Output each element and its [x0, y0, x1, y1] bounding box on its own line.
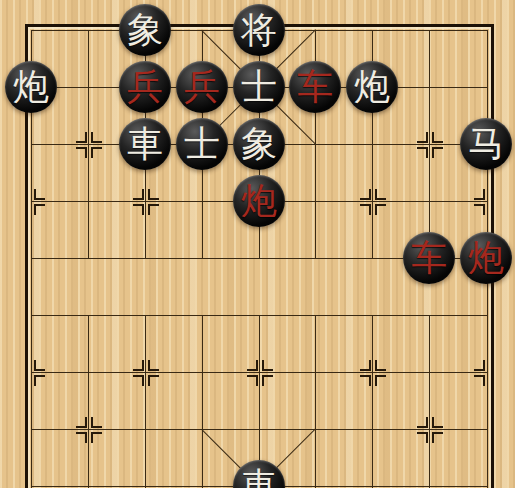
point-marker — [474, 360, 485, 371]
point-marker — [432, 432, 443, 443]
point-marker — [133, 189, 144, 200]
point-marker — [375, 189, 386, 200]
point-marker — [34, 375, 45, 386]
grid-file-line — [88, 30, 89, 258]
point-marker — [375, 360, 386, 371]
point-marker — [360, 204, 371, 215]
point-marker — [91, 432, 102, 443]
piece-red-cannon[interactable]: 炮 — [233, 175, 285, 227]
point-marker — [76, 432, 87, 443]
grid-file-line — [315, 315, 316, 488]
piece-red-cannon[interactable]: 炮 — [460, 232, 512, 284]
point-marker — [133, 375, 144, 386]
point-marker — [432, 132, 443, 143]
piece-red-chariot[interactable]: 车 — [289, 61, 341, 113]
piece-black-chariot[interactable]: 車 — [119, 118, 171, 170]
piece-black-advisor[interactable]: 士 — [233, 61, 285, 113]
point-marker — [360, 360, 371, 371]
point-marker — [262, 375, 273, 386]
point-marker — [133, 360, 144, 371]
xiangqi-board[interactable]: 象将炮兵兵士车炮車士象马炮车炮車 — [0, 0, 515, 488]
point-marker — [34, 360, 45, 371]
piece-black-advisor[interactable]: 士 — [176, 118, 228, 170]
point-marker — [34, 204, 45, 215]
grid-file-line — [88, 315, 89, 488]
piece-red-soldier[interactable]: 兵 — [176, 61, 228, 113]
point-marker — [76, 132, 87, 143]
piece-black-elephant[interactable]: 象 — [119, 4, 171, 56]
point-marker — [91, 417, 102, 428]
point-marker — [417, 417, 428, 428]
point-marker — [375, 375, 386, 386]
grid-file-line — [145, 315, 146, 488]
point-marker — [133, 204, 144, 215]
grid-file-line — [429, 315, 430, 488]
point-marker — [375, 204, 386, 215]
piece-black-general[interactable]: 将 — [233, 4, 285, 56]
point-marker — [76, 417, 87, 428]
point-marker — [417, 147, 428, 158]
point-marker — [91, 147, 102, 158]
point-marker — [360, 189, 371, 200]
point-marker — [262, 360, 273, 371]
point-marker — [474, 375, 485, 386]
point-marker — [148, 360, 159, 371]
point-marker — [247, 375, 258, 386]
point-marker — [34, 189, 45, 200]
point-marker — [432, 147, 443, 158]
point-marker — [247, 360, 258, 371]
point-marker — [474, 189, 485, 200]
point-marker — [474, 204, 485, 215]
point-marker — [417, 432, 428, 443]
point-marker — [148, 375, 159, 386]
piece-black-elephant[interactable]: 象 — [233, 118, 285, 170]
piece-black-cannon[interactable]: 炮 — [346, 61, 398, 113]
piece-red-soldier[interactable]: 兵 — [119, 61, 171, 113]
grid-file-line — [202, 315, 203, 488]
point-marker — [91, 132, 102, 143]
point-marker — [360, 375, 371, 386]
point-marker — [148, 189, 159, 200]
point-marker — [432, 417, 443, 428]
piece-black-cannon[interactable]: 炮 — [5, 61, 57, 113]
point-marker — [148, 204, 159, 215]
point-marker — [76, 147, 87, 158]
piece-black-horse[interactable]: 马 — [460, 118, 512, 170]
point-marker — [417, 132, 428, 143]
grid-file-line — [372, 315, 373, 488]
piece-red-chariot[interactable]: 车 — [403, 232, 455, 284]
grid-file-line — [429, 30, 430, 258]
